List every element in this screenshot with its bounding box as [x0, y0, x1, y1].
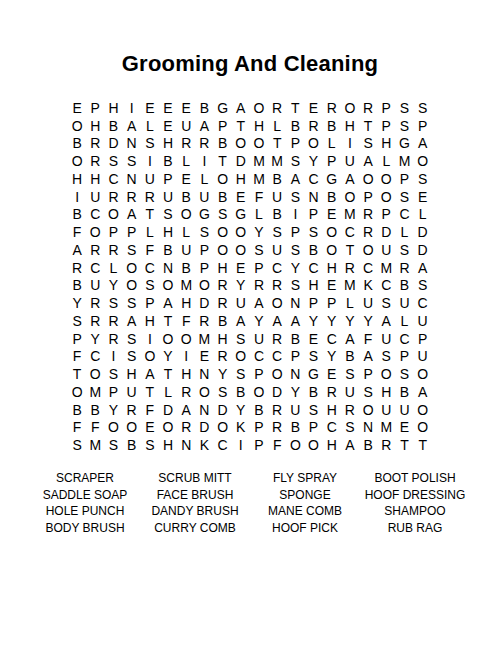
- grid-cell[interactable]: I: [232, 436, 250, 454]
- grid-cell[interactable]: B: [68, 206, 86, 224]
- grid-cell[interactable]: P: [377, 99, 395, 117]
- grid-cell[interactable]: A: [68, 241, 86, 259]
- grid-cell[interactable]: N: [195, 401, 213, 419]
- grid-cell[interactable]: R: [86, 241, 104, 259]
- grid-cell[interactable]: U: [177, 241, 195, 259]
- grid-cell[interactable]: Y: [286, 259, 304, 277]
- grid-cell[interactable]: S: [141, 135, 159, 153]
- grid-cell[interactable]: C: [250, 348, 268, 366]
- grid-cell[interactable]: F: [250, 188, 268, 206]
- grid-cell[interactable]: O: [214, 241, 232, 259]
- grid-cell[interactable]: D: [268, 383, 286, 401]
- grid-cell[interactable]: M: [177, 277, 195, 295]
- grid-cell[interactable]: R: [359, 99, 377, 117]
- grid-cell[interactable]: C: [359, 259, 377, 277]
- grid-cell[interactable]: S: [104, 436, 122, 454]
- grid-cell[interactable]: F: [86, 419, 104, 437]
- grid-cell[interactable]: F: [268, 436, 286, 454]
- grid-cell[interactable]: A: [377, 312, 395, 330]
- grid-cell[interactable]: E: [177, 99, 195, 117]
- grid-cell[interactable]: L: [250, 206, 268, 224]
- grid-cell[interactable]: H: [232, 170, 250, 188]
- grid-cell[interactable]: P: [250, 259, 268, 277]
- grid-cell[interactable]: H: [177, 365, 195, 383]
- grid-cell[interactable]: B: [68, 401, 86, 419]
- grid-cell[interactable]: N: [177, 436, 195, 454]
- grid-cell[interactable]: L: [395, 312, 413, 330]
- grid-cell[interactable]: L: [159, 383, 177, 401]
- grid-cell[interactable]: L: [195, 170, 213, 188]
- grid-cell[interactable]: R: [104, 241, 122, 259]
- grid-cell[interactable]: P: [104, 383, 122, 401]
- grid-cell[interactable]: R: [195, 135, 213, 153]
- grid-cell[interactable]: E: [141, 99, 159, 117]
- grid-cell[interactable]: C: [323, 419, 341, 437]
- grid-cell[interactable]: P: [250, 419, 268, 437]
- grid-cell[interactable]: S: [377, 294, 395, 312]
- grid-cell[interactable]: P: [123, 223, 141, 241]
- grid-cell[interactable]: B: [68, 277, 86, 295]
- grid-cell[interactable]: F: [141, 401, 159, 419]
- grid-cell[interactable]: L: [141, 117, 159, 135]
- grid-cell[interactable]: A: [141, 365, 159, 383]
- grid-cell[interactable]: S: [414, 99, 432, 117]
- grid-cell[interactable]: S: [123, 348, 141, 366]
- grid-cell[interactable]: B: [395, 383, 413, 401]
- grid-cell[interactable]: R: [341, 259, 359, 277]
- grid-cell[interactable]: P: [141, 294, 159, 312]
- grid-cell[interactable]: E: [414, 188, 432, 206]
- grid-cell[interactable]: L: [104, 259, 122, 277]
- grid-cell[interactable]: L: [268, 117, 286, 135]
- grid-cell[interactable]: S: [68, 436, 86, 454]
- grid-cell[interactable]: T: [341, 241, 359, 259]
- grid-cell[interactable]: Y: [159, 348, 177, 366]
- grid-cell[interactable]: A: [414, 135, 432, 153]
- grid-cell[interactable]: P: [323, 152, 341, 170]
- grid-cell[interactable]: Y: [286, 383, 304, 401]
- grid-cell[interactable]: H: [341, 117, 359, 135]
- grid-cell[interactable]: P: [395, 348, 413, 366]
- grid-cell[interactable]: I: [141, 330, 159, 348]
- grid-cell[interactable]: R: [377, 436, 395, 454]
- grid-cell[interactable]: S: [68, 312, 86, 330]
- grid-cell[interactable]: L: [323, 135, 341, 153]
- grid-cell[interactable]: B: [268, 170, 286, 188]
- grid-cell[interactable]: R: [123, 188, 141, 206]
- grid-cell[interactable]: U: [377, 401, 395, 419]
- grid-cell[interactable]: E: [232, 259, 250, 277]
- grid-cell[interactable]: L: [414, 206, 432, 224]
- grid-cell[interactable]: O: [214, 223, 232, 241]
- grid-cell[interactable]: H: [104, 99, 122, 117]
- grid-cell[interactable]: A: [268, 312, 286, 330]
- grid-cell[interactable]: F: [68, 419, 86, 437]
- grid-cell[interactable]: N: [359, 419, 377, 437]
- grid-cell[interactable]: O: [177, 206, 195, 224]
- grid-cell[interactable]: B: [286, 330, 304, 348]
- grid-cell[interactable]: R: [177, 383, 195, 401]
- grid-cell[interactable]: D: [377, 223, 395, 241]
- grid-cell[interactable]: K: [195, 436, 213, 454]
- grid-cell[interactable]: N: [123, 135, 141, 153]
- grid-cell[interactable]: C: [86, 259, 104, 277]
- grid-cell[interactable]: M: [341, 206, 359, 224]
- grid-cell[interactable]: O: [250, 383, 268, 401]
- grid-cell[interactable]: S: [304, 348, 322, 366]
- grid-cell[interactable]: Y: [323, 312, 341, 330]
- grid-cell[interactable]: E: [159, 117, 177, 135]
- grid-cell[interactable]: R: [323, 383, 341, 401]
- grid-cell[interactable]: M: [250, 170, 268, 188]
- grid-cell[interactable]: U: [232, 294, 250, 312]
- grid-cell[interactable]: Y: [250, 223, 268, 241]
- grid-cell[interactable]: H: [68, 170, 86, 188]
- grid-cell[interactable]: B: [323, 117, 341, 135]
- grid-cell[interactable]: P: [286, 223, 304, 241]
- grid-cell[interactable]: K: [359, 277, 377, 295]
- grid-cell[interactable]: H: [123, 365, 141, 383]
- grid-cell[interactable]: E: [232, 188, 250, 206]
- grid-cell[interactable]: S: [232, 365, 250, 383]
- grid-cell[interactable]: A: [286, 170, 304, 188]
- grid-cell[interactable]: O: [232, 348, 250, 366]
- grid-cell[interactable]: S: [395, 241, 413, 259]
- grid-cell[interactable]: M: [250, 152, 268, 170]
- grid-cell[interactable]: S: [286, 241, 304, 259]
- grid-cell[interactable]: B: [159, 241, 177, 259]
- grid-cell[interactable]: C: [341, 223, 359, 241]
- grid-cell[interactable]: O: [341, 99, 359, 117]
- grid-cell[interactable]: Y: [232, 401, 250, 419]
- grid-cell[interactable]: O: [195, 277, 213, 295]
- grid-cell[interactable]: C: [104, 170, 122, 188]
- grid-cell[interactable]: M: [377, 259, 395, 277]
- grid-cell[interactable]: F: [359, 330, 377, 348]
- grid-cell[interactable]: O: [286, 436, 304, 454]
- grid-cell[interactable]: S: [104, 294, 122, 312]
- grid-cell[interactable]: I: [104, 348, 122, 366]
- grid-cell[interactable]: O: [86, 365, 104, 383]
- grid-cell[interactable]: P: [414, 330, 432, 348]
- grid-cell[interactable]: S: [377, 348, 395, 366]
- grid-cell[interactable]: B: [341, 348, 359, 366]
- grid-cell[interactable]: P: [214, 117, 232, 135]
- grid-cell[interactable]: O: [359, 241, 377, 259]
- grid-cell[interactable]: S: [123, 152, 141, 170]
- grid-cell[interactable]: O: [214, 419, 232, 437]
- grid-cell[interactable]: P: [104, 223, 122, 241]
- grid-cell[interactable]: G: [304, 365, 322, 383]
- grid-cell[interactable]: C: [86, 348, 104, 366]
- grid-cell[interactable]: Y: [68, 294, 86, 312]
- grid-cell[interactable]: S: [414, 277, 432, 295]
- grid-cell[interactable]: T: [214, 152, 232, 170]
- grid-cell[interactable]: S: [395, 365, 413, 383]
- grid-cell[interactable]: P: [323, 294, 341, 312]
- grid-cell[interactable]: U: [395, 401, 413, 419]
- grid-cell[interactable]: O: [359, 170, 377, 188]
- grid-cell[interactable]: B: [177, 259, 195, 277]
- grid-cell[interactable]: A: [177, 401, 195, 419]
- grid-cell[interactable]: O: [68, 117, 86, 135]
- grid-cell[interactable]: S: [304, 223, 322, 241]
- grid-cell[interactable]: S: [123, 330, 141, 348]
- grid-cell[interactable]: T: [68, 365, 86, 383]
- grid-cell[interactable]: U: [195, 188, 213, 206]
- grid-cell[interactable]: Y: [214, 365, 232, 383]
- grid-cell[interactable]: P: [359, 365, 377, 383]
- grid-cell[interactable]: R: [177, 135, 195, 153]
- grid-cell[interactable]: P: [159, 170, 177, 188]
- grid-cell[interactable]: M: [395, 152, 413, 170]
- grid-cell[interactable]: Y: [250, 312, 268, 330]
- grid-cell[interactable]: B: [123, 436, 141, 454]
- grid-cell[interactable]: R: [86, 152, 104, 170]
- grid-cell[interactable]: H: [323, 259, 341, 277]
- grid-cell[interactable]: F: [68, 223, 86, 241]
- grid-cell[interactable]: N: [286, 365, 304, 383]
- grid-cell[interactable]: M: [195, 330, 213, 348]
- grid-cell[interactable]: Y: [341, 312, 359, 330]
- grid-cell[interactable]: N: [286, 294, 304, 312]
- grid-cell[interactable]: Y: [304, 152, 322, 170]
- grid-cell[interactable]: O: [123, 419, 141, 437]
- grid-cell[interactable]: P: [304, 206, 322, 224]
- grid-cell[interactable]: R: [104, 312, 122, 330]
- grid-cell[interactable]: B: [359, 436, 377, 454]
- grid-cell[interactable]: N: [304, 188, 322, 206]
- grid-cell[interactable]: O: [414, 365, 432, 383]
- grid-cell[interactable]: E: [141, 419, 159, 437]
- grid-cell[interactable]: O: [250, 135, 268, 153]
- grid-cell[interactable]: B: [286, 117, 304, 135]
- grid-cell[interactable]: O: [232, 241, 250, 259]
- grid-cell[interactable]: O: [414, 401, 432, 419]
- grid-cell[interactable]: S: [341, 365, 359, 383]
- grid-cell[interactable]: C: [377, 277, 395, 295]
- grid-cell[interactable]: E: [195, 348, 213, 366]
- grid-cell[interactable]: Y: [304, 312, 322, 330]
- grid-cell[interactable]: A: [232, 312, 250, 330]
- grid-cell[interactable]: Y: [86, 330, 104, 348]
- grid-cell[interactable]: S: [195, 223, 213, 241]
- grid-cell[interactable]: D: [414, 223, 432, 241]
- grid-cell[interactable]: S: [250, 241, 268, 259]
- grid-cell[interactable]: R: [104, 188, 122, 206]
- grid-cell[interactable]: T: [232, 117, 250, 135]
- grid-cell[interactable]: B: [323, 188, 341, 206]
- grid-cell[interactable]: E: [68, 99, 86, 117]
- grid-cell[interactable]: U: [377, 330, 395, 348]
- grid-cell[interactable]: A: [250, 294, 268, 312]
- grid-cell[interactable]: O: [268, 294, 286, 312]
- grid-cell[interactable]: O: [123, 259, 141, 277]
- grid-cell[interactable]: L: [177, 223, 195, 241]
- grid-cell[interactable]: T: [268, 135, 286, 153]
- grid-cell[interactable]: R: [123, 401, 141, 419]
- grid-cell[interactable]: G: [214, 99, 232, 117]
- grid-cell[interactable]: U: [395, 294, 413, 312]
- grid-cell[interactable]: O: [323, 223, 341, 241]
- grid-cell[interactable]: G: [395, 135, 413, 153]
- grid-cell[interactable]: U: [414, 312, 432, 330]
- grid-cell[interactable]: I: [286, 206, 304, 224]
- grid-cell[interactable]: R: [359, 223, 377, 241]
- grid-cell[interactable]: L: [341, 294, 359, 312]
- grid-cell[interactable]: D: [232, 152, 250, 170]
- grid-cell[interactable]: S: [123, 241, 141, 259]
- grid-cell[interactable]: R: [86, 312, 104, 330]
- grid-cell[interactable]: B: [268, 206, 286, 224]
- grid-cell[interactable]: M: [377, 419, 395, 437]
- grid-cell[interactable]: O: [123, 277, 141, 295]
- grid-cell[interactable]: R: [268, 401, 286, 419]
- grid-cell[interactable]: Y: [232, 277, 250, 295]
- grid-cell[interactable]: H: [323, 436, 341, 454]
- grid-cell[interactable]: E: [323, 277, 341, 295]
- grid-cell[interactable]: H: [159, 223, 177, 241]
- grid-cell[interactable]: R: [268, 419, 286, 437]
- grid-cell[interactable]: H: [377, 135, 395, 153]
- grid-cell[interactable]: B: [214, 135, 232, 153]
- grid-cell[interactable]: H: [177, 294, 195, 312]
- grid-cell[interactable]: O: [195, 383, 213, 401]
- grid-cell[interactable]: H: [86, 117, 104, 135]
- grid-cell[interactable]: I: [341, 135, 359, 153]
- grid-cell[interactable]: S: [141, 436, 159, 454]
- grid-cell[interactable]: I: [195, 152, 213, 170]
- grid-cell[interactable]: C: [268, 259, 286, 277]
- grid-cell[interactable]: S: [414, 170, 432, 188]
- grid-cell[interactable]: R: [141, 188, 159, 206]
- grid-cell[interactable]: S: [141, 277, 159, 295]
- grid-cell[interactable]: M: [86, 436, 104, 454]
- grid-cell[interactable]: O: [104, 206, 122, 224]
- grid-cell[interactable]: R: [341, 401, 359, 419]
- grid-cell[interactable]: O: [414, 152, 432, 170]
- grid-cell[interactable]: S: [286, 152, 304, 170]
- grid-cell[interactable]: C: [214, 436, 232, 454]
- grid-cell[interactable]: O: [414, 419, 432, 437]
- grid-cell[interactable]: H: [214, 330, 232, 348]
- grid-cell[interactable]: E: [323, 206, 341, 224]
- grid-cell[interactable]: T: [159, 312, 177, 330]
- grid-cell[interactable]: A: [123, 206, 141, 224]
- grid-cell[interactable]: B: [214, 312, 232, 330]
- grid-cell[interactable]: S: [104, 152, 122, 170]
- grid-cell[interactable]: O: [232, 135, 250, 153]
- grid-cell[interactable]: B: [104, 117, 122, 135]
- grid-cell[interactable]: T: [141, 206, 159, 224]
- grid-cell[interactable]: B: [286, 419, 304, 437]
- grid-cell[interactable]: A: [341, 436, 359, 454]
- grid-cell[interactable]: S: [286, 277, 304, 295]
- grid-cell[interactable]: A: [414, 259, 432, 277]
- grid-cell[interactable]: D: [414, 241, 432, 259]
- grid-cell[interactable]: T: [414, 436, 432, 454]
- grid-cell[interactable]: S: [123, 294, 141, 312]
- grid-cell[interactable]: S: [104, 365, 122, 383]
- grid-cell[interactable]: Y: [104, 401, 122, 419]
- grid-cell[interactable]: K: [232, 419, 250, 437]
- grid-cell[interactable]: E: [304, 330, 322, 348]
- grid-cell[interactable]: E: [177, 170, 195, 188]
- grid-cell[interactable]: P: [68, 330, 86, 348]
- grid-cell[interactable]: U: [141, 170, 159, 188]
- grid-cell[interactable]: U: [86, 277, 104, 295]
- grid-cell[interactable]: S: [359, 383, 377, 401]
- grid-cell[interactable]: C: [141, 259, 159, 277]
- grid-cell[interactable]: M: [341, 277, 359, 295]
- grid-cell[interactable]: N: [195, 365, 213, 383]
- grid-cell[interactable]: G: [232, 206, 250, 224]
- grid-cell[interactable]: B: [214, 188, 232, 206]
- grid-cell[interactable]: F: [177, 312, 195, 330]
- grid-cell[interactable]: P: [250, 365, 268, 383]
- grid-cell[interactable]: A: [341, 170, 359, 188]
- grid-cell[interactable]: I: [141, 152, 159, 170]
- grid-cell[interactable]: C: [323, 330, 341, 348]
- grid-cell[interactable]: A: [232, 99, 250, 117]
- grid-cell[interactable]: O: [86, 223, 104, 241]
- grid-cell[interactable]: I: [177, 348, 195, 366]
- grid-cell[interactable]: R: [250, 277, 268, 295]
- grid-cell[interactable]: L: [141, 223, 159, 241]
- grid-cell[interactable]: O: [377, 365, 395, 383]
- grid-cell[interactable]: O: [323, 241, 341, 259]
- grid-cell[interactable]: E: [159, 99, 177, 117]
- grid-cell[interactable]: R: [214, 277, 232, 295]
- grid-cell[interactable]: R: [214, 294, 232, 312]
- grid-cell[interactable]: O: [377, 170, 395, 188]
- grid-cell[interactable]: R: [359, 206, 377, 224]
- grid-cell[interactable]: L: [377, 152, 395, 170]
- grid-cell[interactable]: U: [268, 188, 286, 206]
- grid-cell[interactable]: P: [304, 419, 322, 437]
- grid-cell[interactable]: S: [395, 188, 413, 206]
- grid-cell[interactable]: O: [341, 188, 359, 206]
- grid-cell[interactable]: P: [86, 99, 104, 117]
- grid-cell[interactable]: T: [359, 117, 377, 135]
- grid-cell[interactable]: O: [232, 223, 250, 241]
- grid-cell[interactable]: O: [159, 330, 177, 348]
- grid-cell[interactable]: B: [68, 135, 86, 153]
- grid-cell[interactable]: R: [268, 277, 286, 295]
- grid-cell[interactable]: G: [323, 170, 341, 188]
- grid-cell[interactable]: L: [177, 152, 195, 170]
- grid-cell[interactable]: C: [414, 294, 432, 312]
- grid-cell[interactable]: O: [159, 277, 177, 295]
- grid-cell[interactable]: H: [141, 312, 159, 330]
- grid-cell[interactable]: P: [195, 241, 213, 259]
- grid-cell[interactable]: H: [86, 170, 104, 188]
- grid-cell[interactable]: B: [304, 383, 322, 401]
- grid-cell[interactable]: O: [104, 419, 122, 437]
- grid-cell[interactable]: B: [395, 277, 413, 295]
- grid-cell[interactable]: S: [304, 401, 322, 419]
- grid-cell[interactable]: E: [304, 99, 322, 117]
- grid-cell[interactable]: A: [341, 330, 359, 348]
- grid-cell[interactable]: U: [123, 383, 141, 401]
- grid-cell[interactable]: H: [377, 383, 395, 401]
- grid-cell[interactable]: A: [159, 294, 177, 312]
- grid-cell[interactable]: A: [195, 117, 213, 135]
- grid-cell[interactable]: U: [250, 330, 268, 348]
- grid-cell[interactable]: T: [395, 436, 413, 454]
- grid-cell[interactable]: H: [159, 436, 177, 454]
- grid-cell[interactable]: C: [268, 348, 286, 366]
